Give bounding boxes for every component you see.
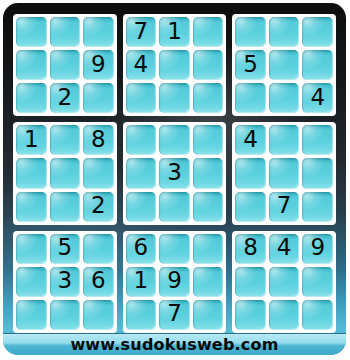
cell-r3c2: 2	[50, 83, 81, 113]
box-3-1: 536	[13, 231, 117, 333]
cell-r9c2[interactable]	[50, 300, 81, 330]
cell-r8c6[interactable]	[193, 267, 224, 297]
given-digit: 6	[134, 236, 149, 259]
board-frame: 92714541823475366197849 www.sudokusweb.c…	[3, 3, 346, 355]
cell-r6c2[interactable]	[50, 192, 81, 222]
given-digit: 7	[134, 20, 149, 43]
cell-r7c7: 8	[235, 234, 266, 264]
cell-r4c9[interactable]	[302, 125, 333, 155]
cell-r8c5: 9	[159, 267, 190, 297]
cell-r8c3: 6	[83, 267, 114, 297]
box-1-3: 54	[232, 14, 336, 116]
cell-r9c8[interactable]	[269, 300, 300, 330]
cell-r3c9: 4	[302, 83, 333, 113]
given-digit: 4	[134, 53, 149, 76]
cell-r5c1[interactable]	[16, 158, 47, 188]
given-digit: 5	[58, 236, 73, 259]
given-digit: 4	[243, 128, 258, 151]
given-digit: 1	[167, 20, 182, 43]
cell-r7c6[interactable]	[193, 234, 224, 264]
cell-r7c5[interactable]	[159, 234, 190, 264]
given-digit: 3	[167, 161, 182, 184]
cell-r1c1[interactable]	[16, 17, 47, 47]
given-digit: 8	[243, 236, 258, 259]
cell-r6c1[interactable]	[16, 192, 47, 222]
cell-r6c8: 7	[269, 192, 300, 222]
given-digit: 9	[310, 236, 325, 259]
cell-r7c8: 4	[269, 234, 300, 264]
footer-bar: www.sudokusweb.com	[3, 333, 346, 355]
cell-r3c5[interactable]	[159, 83, 190, 113]
cell-r4c3: 8	[83, 125, 114, 155]
cell-r2c9[interactable]	[302, 50, 333, 80]
given-digit: 5	[243, 53, 258, 76]
given-digit: 4	[310, 86, 325, 109]
cell-r3c6[interactable]	[193, 83, 224, 113]
cell-r2c4: 4	[126, 50, 157, 80]
cell-r9c6[interactable]	[193, 300, 224, 330]
cell-r5c6[interactable]	[193, 158, 224, 188]
box-2-2: 3	[123, 122, 227, 224]
cell-r3c4[interactable]	[126, 83, 157, 113]
cell-r8c9[interactable]	[302, 267, 333, 297]
given-digit: 1	[24, 128, 39, 151]
cell-r8c7[interactable]	[235, 267, 266, 297]
box-3-2: 6197	[123, 231, 227, 333]
given-digit: 2	[91, 194, 106, 217]
cell-r9c4[interactable]	[126, 300, 157, 330]
cell-r3c1[interactable]	[16, 83, 47, 113]
cell-r3c3[interactable]	[83, 83, 114, 113]
cell-r4c7: 4	[235, 125, 266, 155]
cell-r4c4[interactable]	[126, 125, 157, 155]
cell-r2c3: 9	[83, 50, 114, 80]
cell-r1c6[interactable]	[193, 17, 224, 47]
cell-r6c4[interactable]	[126, 192, 157, 222]
cell-r2c5[interactable]	[159, 50, 190, 80]
cell-r7c4: 6	[126, 234, 157, 264]
cell-r1c5: 1	[159, 17, 190, 47]
cell-r5c5: 3	[159, 158, 190, 188]
cell-r2c2[interactable]	[50, 50, 81, 80]
cell-r2c8[interactable]	[269, 50, 300, 80]
cell-r8c4: 1	[126, 267, 157, 297]
box-3-3: 849	[232, 231, 336, 333]
cell-r9c7[interactable]	[235, 300, 266, 330]
cell-r4c1: 1	[16, 125, 47, 155]
cell-r1c7[interactable]	[235, 17, 266, 47]
given-digit: 3	[58, 269, 73, 292]
cell-r6c5[interactable]	[159, 192, 190, 222]
box-2-1: 182	[13, 122, 117, 224]
cell-r8c1[interactable]	[16, 267, 47, 297]
cell-r1c8[interactable]	[269, 17, 300, 47]
cell-r1c4: 7	[126, 17, 157, 47]
cell-r5c4[interactable]	[126, 158, 157, 188]
cell-r9c5: 7	[159, 300, 190, 330]
box-2-3: 47	[232, 122, 336, 224]
cell-r7c3[interactable]	[83, 234, 114, 264]
cell-r4c6[interactable]	[193, 125, 224, 155]
cell-r1c3[interactable]	[83, 17, 114, 47]
sudoku-widget: 92714541823475366197849 www.sudokusweb.c…	[0, 0, 350, 360]
cell-r7c2: 5	[50, 234, 81, 264]
cell-r1c2[interactable]	[50, 17, 81, 47]
cell-r2c6[interactable]	[193, 50, 224, 80]
cell-r9c1[interactable]	[16, 300, 47, 330]
cell-r4c2[interactable]	[50, 125, 81, 155]
cell-r7c1[interactable]	[16, 234, 47, 264]
cell-r5c8[interactable]	[269, 158, 300, 188]
given-digit: 7	[167, 302, 182, 325]
given-digit: 2	[58, 86, 73, 109]
cell-r2c7: 5	[235, 50, 266, 80]
cell-r6c6[interactable]	[193, 192, 224, 222]
cell-r5c2[interactable]	[50, 158, 81, 188]
cell-r6c3: 2	[83, 192, 114, 222]
given-digit: 1	[134, 269, 149, 292]
given-digit: 9	[167, 269, 182, 292]
cell-r8c8[interactable]	[269, 267, 300, 297]
cell-r6c9[interactable]	[302, 192, 333, 222]
cell-r5c9[interactable]	[302, 158, 333, 188]
cell-r9c3[interactable]	[83, 300, 114, 330]
cell-r1c9[interactable]	[302, 17, 333, 47]
box-1-2: 714	[123, 14, 227, 116]
cell-r5c3[interactable]	[83, 158, 114, 188]
given-digit: 6	[91, 269, 106, 292]
given-digit: 8	[91, 128, 106, 151]
cell-r9c9[interactable]	[302, 300, 333, 330]
box-1-1: 92	[13, 14, 117, 116]
cell-r2c1[interactable]	[16, 50, 47, 80]
given-digit: 4	[277, 236, 292, 259]
cell-r6c7[interactable]	[235, 192, 266, 222]
cell-r3c8[interactable]	[269, 83, 300, 113]
cell-r8c2: 3	[50, 267, 81, 297]
cell-r3c7[interactable]	[235, 83, 266, 113]
website-url[interactable]: www.sudokusweb.com	[70, 335, 278, 354]
sudoku-board: 92714541823475366197849	[13, 14, 336, 333]
cell-r5c7[interactable]	[235, 158, 266, 188]
cell-r4c8[interactable]	[269, 125, 300, 155]
given-digit: 9	[91, 53, 106, 76]
cell-r7c9: 9	[302, 234, 333, 264]
given-digit: 7	[277, 194, 292, 217]
cell-r4c5[interactable]	[159, 125, 190, 155]
